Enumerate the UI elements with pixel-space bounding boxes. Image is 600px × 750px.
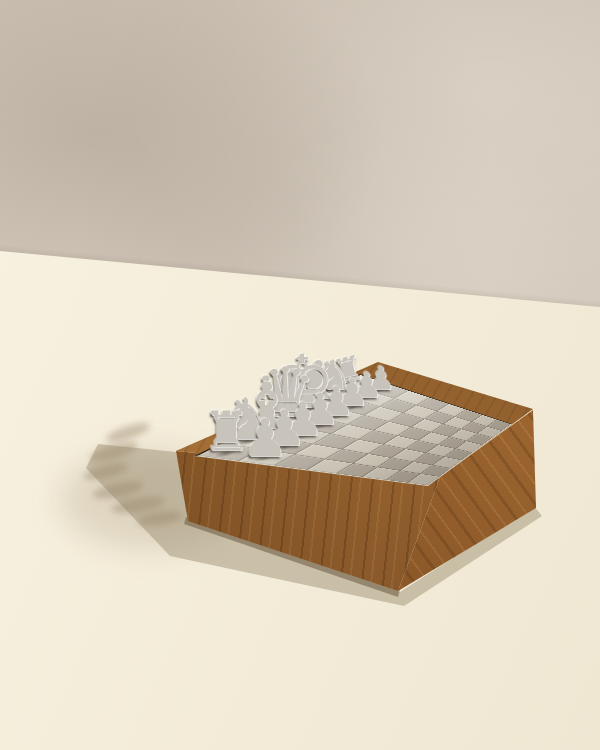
photo-scene: ♜♞♝♛♚♝♞♜♟♟♟♟♟♟♟♟ <box>0 0 600 750</box>
chess-piece-white-pawn: ♟ <box>242 412 289 464</box>
pieces-layer: ♜♞♝♛♚♝♞♜♟♟♟♟♟♟♟♟ <box>0 0 600 750</box>
